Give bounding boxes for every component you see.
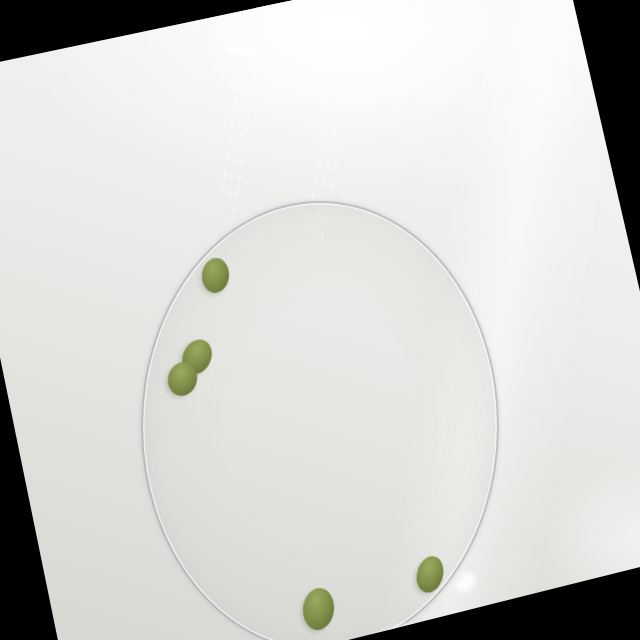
photo-canvas bbox=[0, 0, 640, 640]
bean-1 bbox=[200, 256, 230, 293]
beans-layer bbox=[0, 0, 640, 640]
bean-5 bbox=[413, 553, 448, 595]
bean-4 bbox=[300, 586, 335, 631]
white-tray bbox=[0, 0, 640, 640]
